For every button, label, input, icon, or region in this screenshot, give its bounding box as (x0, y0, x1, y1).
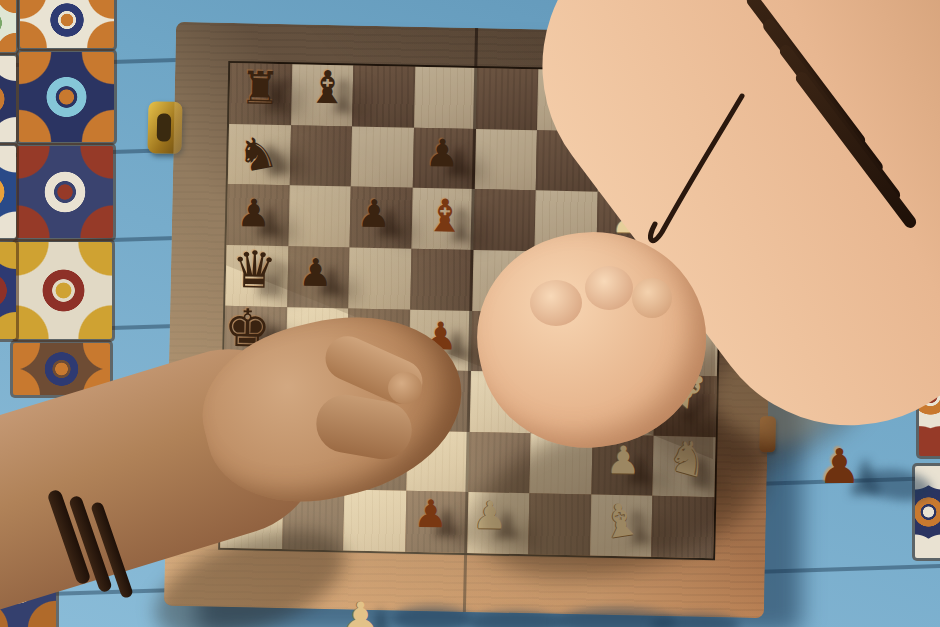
talavera-tile (0, 56, 16, 142)
table-shadow (392, 606, 472, 627)
black-pawn-d1[interactable]: ♟ (400, 483, 462, 544)
right-knuckle (530, 280, 582, 326)
captured-black-pawn-on-table[interactable]: ♟ (818, 442, 861, 490)
black-bishop-b8[interactable]: ♝ (296, 56, 358, 117)
talavera-tile (0, 146, 16, 238)
talavera-tile (0, 242, 16, 339)
black-bishop-d6[interactable]: ♝ (414, 185, 476, 246)
talavera-tile (17, 146, 113, 238)
talavera-tile (15, 242, 112, 339)
black-pawn-d7[interactable]: ♟ (411, 123, 473, 184)
white-pawn-on-table-cut-off[interactable]: ♟ (340, 596, 381, 627)
black-knight-a7[interactable]: ♞ (221, 118, 292, 188)
black-pawn-b5[interactable]: ♟ (284, 242, 346, 303)
white-pawn-e1[interactable]: ♟ (459, 485, 521, 546)
white-bishop-g1[interactable]: ♝ (585, 486, 655, 555)
black-pawn-a6[interactable]: ♟ (223, 183, 285, 244)
black-pawn-c6[interactable]: ♟ (343, 184, 405, 245)
black-queen-a5[interactable]: ♛ (223, 239, 285, 300)
talavera-tile (20, 0, 114, 48)
brass-handle (147, 101, 182, 154)
chess-photo-scene: ♜♝♞♟♜♞♟♟♟♟♝♟♛♟♟♚♟♟♟♝♟♞♟♟♝ ♟ ♟ (0, 0, 940, 627)
talavera-tile (19, 52, 114, 142)
left-fingertip (388, 372, 422, 404)
right-knuckle (632, 278, 672, 318)
right-knuckle (585, 266, 633, 310)
black-rook-a8[interactable]: ♜ (229, 57, 291, 118)
talavera-tile (0, 0, 16, 52)
